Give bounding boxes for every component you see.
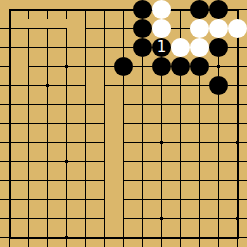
go-board: 1 (0, 0, 247, 247)
intersection[interactable] (209, 209, 228, 228)
intersection[interactable] (114, 114, 133, 133)
star-point (236, 141, 239, 144)
intersection[interactable] (190, 114, 209, 133)
intersection[interactable] (19, 114, 38, 133)
star-point (65, 65, 68, 68)
intersection[interactable] (228, 171, 247, 190)
intersection[interactable] (38, 133, 57, 152)
intersection[interactable] (228, 38, 247, 57)
white-stone (228, 19, 247, 38)
intersection[interactable] (133, 209, 152, 228)
intersection[interactable] (171, 95, 190, 114)
intersection[interactable] (152, 228, 171, 247)
intersection[interactable] (38, 171, 57, 190)
intersection[interactable] (133, 133, 152, 152)
star-point (65, 236, 68, 239)
intersection[interactable] (95, 38, 114, 57)
intersection[interactable] (0, 133, 19, 152)
intersection[interactable] (209, 95, 228, 114)
intersection[interactable] (190, 171, 209, 190)
intersection[interactable] (152, 133, 171, 152)
black-stone (133, 38, 152, 57)
intersection[interactable] (38, 19, 57, 38)
intersection[interactable] (228, 0, 247, 19)
star-point (46, 84, 49, 87)
intersection[interactable] (95, 76, 114, 95)
intersection[interactable] (19, 0, 38, 19)
intersection[interactable] (57, 209, 76, 228)
intersection[interactable] (190, 95, 209, 114)
intersection[interactable] (190, 152, 209, 171)
black-stone (190, 0, 209, 19)
star-point (160, 141, 163, 144)
intersection[interactable] (133, 152, 152, 171)
intersection[interactable] (114, 152, 133, 171)
intersection[interactable] (152, 209, 171, 228)
marked-black-stone: 1 (152, 38, 171, 57)
intersection[interactable] (0, 152, 19, 171)
intersection[interactable] (95, 171, 114, 190)
intersection[interactable] (0, 38, 19, 57)
intersection[interactable] (152, 171, 171, 190)
intersection[interactable] (38, 209, 57, 228)
black-stone (152, 57, 171, 76)
intersection[interactable] (95, 19, 114, 38)
intersection[interactable] (133, 171, 152, 190)
intersection[interactable] (19, 19, 38, 38)
intersection[interactable] (76, 133, 95, 152)
intersection[interactable] (171, 190, 190, 209)
intersection[interactable] (152, 95, 171, 114)
white-stone (152, 19, 171, 38)
intersection[interactable] (171, 152, 190, 171)
intersection[interactable] (190, 190, 209, 209)
intersection[interactable] (171, 0, 190, 19)
intersection[interactable] (209, 114, 228, 133)
intersection[interactable] (209, 171, 228, 190)
intersection[interactable] (152, 190, 171, 209)
intersection[interactable] (57, 114, 76, 133)
intersection[interactable] (76, 57, 95, 76)
intersection[interactable] (19, 95, 38, 114)
intersection[interactable] (57, 152, 76, 171)
intersection[interactable] (114, 133, 133, 152)
intersection[interactable] (19, 228, 38, 247)
intersection[interactable] (228, 209, 247, 228)
black-stone (209, 38, 228, 57)
intersection[interactable] (19, 76, 38, 95)
white-stone (209, 19, 228, 38)
intersection[interactable] (76, 0, 95, 19)
intersection[interactable] (19, 38, 38, 57)
intersection[interactable] (19, 133, 38, 152)
intersection[interactable] (114, 95, 133, 114)
intersection[interactable] (19, 190, 38, 209)
intersection[interactable] (171, 228, 190, 247)
intersection[interactable] (0, 19, 19, 38)
intersection[interactable] (0, 190, 19, 209)
intersection[interactable] (76, 76, 95, 95)
intersection[interactable] (76, 95, 95, 114)
intersection[interactable] (171, 133, 190, 152)
intersection[interactable] (133, 228, 152, 247)
intersection[interactable] (133, 57, 152, 76)
move-number-label: 1 (157, 40, 167, 55)
intersection[interactable] (209, 57, 228, 76)
intersection[interactable] (209, 190, 228, 209)
intersection[interactable] (114, 0, 133, 19)
intersection[interactable] (0, 0, 19, 19)
intersection[interactable] (57, 228, 76, 247)
intersection[interactable] (228, 228, 247, 247)
intersection[interactable] (76, 38, 95, 57)
intersection[interactable] (19, 152, 38, 171)
intersection[interactable] (38, 76, 57, 95)
intersection[interactable] (0, 57, 19, 76)
intersection[interactable] (190, 209, 209, 228)
intersection[interactable] (0, 76, 19, 95)
star-point (65, 160, 68, 163)
intersection[interactable] (190, 133, 209, 152)
intersection[interactable] (0, 95, 19, 114)
intersection[interactable] (228, 76, 247, 95)
intersection[interactable] (95, 57, 114, 76)
intersection[interactable] (19, 57, 38, 76)
intersection[interactable] (152, 152, 171, 171)
intersection[interactable] (114, 228, 133, 247)
black-stone (133, 0, 152, 19)
intersection[interactable] (152, 76, 171, 95)
intersection[interactable] (0, 114, 19, 133)
intersection[interactable] (57, 57, 76, 76)
intersection[interactable] (76, 190, 95, 209)
intersection[interactable] (19, 209, 38, 228)
intersection[interactable] (114, 171, 133, 190)
intersection[interactable] (95, 114, 114, 133)
intersection[interactable] (228, 114, 247, 133)
intersection[interactable] (0, 171, 19, 190)
black-stone (209, 76, 228, 95)
intersection[interactable] (209, 152, 228, 171)
star-point (217, 65, 220, 68)
intersection[interactable] (190, 228, 209, 247)
black-stone (209, 0, 228, 19)
intersection[interactable] (76, 209, 95, 228)
intersection[interactable] (228, 57, 247, 76)
intersection[interactable] (19, 171, 38, 190)
intersection[interactable] (228, 190, 247, 209)
intersection[interactable] (171, 114, 190, 133)
intersection[interactable] (228, 95, 247, 114)
intersection[interactable] (95, 133, 114, 152)
intersection[interactable] (38, 95, 57, 114)
intersection[interactable] (76, 114, 95, 133)
intersection[interactable] (190, 76, 209, 95)
intersection[interactable] (171, 76, 190, 95)
intersection[interactable] (57, 19, 76, 38)
intersection[interactable] (114, 38, 133, 57)
star-point (160, 217, 163, 220)
intersection[interactable] (0, 209, 19, 228)
intersection[interactable] (76, 228, 95, 247)
intersection[interactable] (76, 152, 95, 171)
intersection[interactable] (152, 114, 171, 133)
black-stone (171, 57, 190, 76)
intersection[interactable] (114, 190, 133, 209)
intersection[interactable] (133, 114, 152, 133)
white-stone (190, 38, 209, 57)
white-stone (152, 0, 171, 19)
intersection[interactable] (38, 38, 57, 57)
intersection[interactable] (95, 0, 114, 19)
intersection[interactable] (95, 152, 114, 171)
intersection[interactable] (57, 95, 76, 114)
intersection[interactable] (95, 95, 114, 114)
intersection[interactable] (209, 228, 228, 247)
intersection[interactable] (133, 76, 152, 95)
intersection[interactable] (38, 57, 57, 76)
intersection[interactable] (38, 190, 57, 209)
intersection[interactable] (114, 76, 133, 95)
intersection[interactable] (209, 133, 228, 152)
intersection[interactable] (57, 76, 76, 95)
intersection[interactable] (76, 19, 95, 38)
white-stone (190, 19, 209, 38)
intersection[interactable] (38, 114, 57, 133)
black-stone (190, 57, 209, 76)
intersection[interactable] (114, 19, 133, 38)
white-stone (171, 38, 190, 57)
intersection[interactable] (228, 133, 247, 152)
intersection[interactable] (133, 190, 152, 209)
intersection[interactable] (57, 133, 76, 152)
intersection[interactable] (57, 171, 76, 190)
intersection[interactable] (38, 228, 57, 247)
intersection[interactable] (171, 171, 190, 190)
intersection[interactable] (57, 0, 76, 19)
intersection[interactable] (95, 228, 114, 247)
intersection[interactable] (95, 190, 114, 209)
intersection[interactable] (57, 38, 76, 57)
intersection[interactable] (133, 95, 152, 114)
intersection[interactable] (38, 0, 57, 19)
star-point (236, 217, 239, 220)
intersection[interactable] (57, 190, 76, 209)
intersection[interactable] (76, 171, 95, 190)
intersection[interactable] (0, 228, 19, 247)
intersection[interactable] (38, 152, 57, 171)
intersection[interactable] (171, 209, 190, 228)
intersection[interactable] (114, 209, 133, 228)
intersection[interactable] (171, 19, 190, 38)
intersection[interactable] (95, 209, 114, 228)
intersection[interactable] (228, 152, 247, 171)
black-stone (114, 57, 133, 76)
black-stone (133, 19, 152, 38)
